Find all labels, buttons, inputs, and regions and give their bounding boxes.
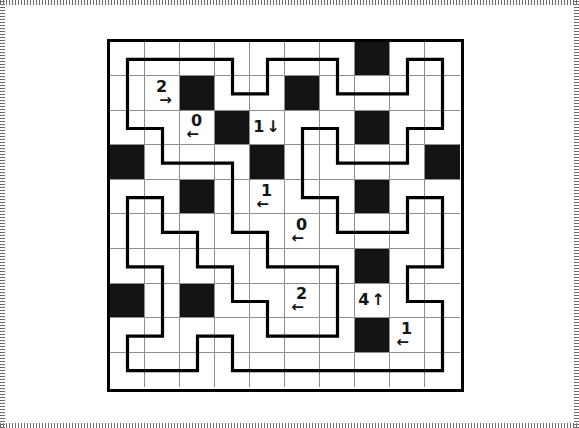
black-cell-r2c7[interactable] bbox=[355, 111, 390, 146]
cell-r1c6[interactable] bbox=[320, 76, 355, 111]
black-cell-r7c2[interactable] bbox=[180, 284, 215, 319]
frame-right-edge bbox=[574, 0, 579, 428]
cell-r4c5[interactable] bbox=[285, 180, 320, 215]
cell-r8c1[interactable] bbox=[145, 318, 180, 353]
black-cell-r4c7[interactable] bbox=[355, 180, 390, 215]
cell-r2c6[interactable] bbox=[320, 111, 355, 146]
arrow-down-icon: ↓ bbox=[266, 118, 279, 136]
cell-r8c4[interactable] bbox=[250, 318, 285, 353]
cell-r7c6[interactable] bbox=[320, 284, 355, 319]
cell-r0c2[interactable] bbox=[180, 42, 215, 77]
cell-r6c2[interactable] bbox=[180, 249, 215, 284]
clue-cell-r2c2[interactable]: 0← bbox=[180, 111, 215, 146]
cell-r5c2[interactable] bbox=[180, 214, 215, 249]
cell-r6c5[interactable] bbox=[285, 249, 320, 284]
cell-r0c9[interactable] bbox=[425, 42, 460, 77]
black-cell-r1c5[interactable] bbox=[285, 76, 320, 111]
cell-r9c9[interactable] bbox=[425, 353, 460, 388]
cell-r4c8[interactable] bbox=[390, 180, 425, 215]
cell-r1c4[interactable] bbox=[250, 76, 285, 111]
clue-cell-r7c5[interactable]: 2← bbox=[285, 284, 320, 319]
cell-r0c4[interactable] bbox=[250, 42, 285, 77]
frame-top-edge bbox=[0, 0, 579, 5]
cell-r9c6[interactable] bbox=[320, 353, 355, 388]
cell-r9c1[interactable] bbox=[145, 353, 180, 388]
cell-r9c3[interactable] bbox=[215, 353, 250, 388]
arrow-up-icon: ↑ bbox=[371, 291, 384, 309]
cell-r3c6[interactable] bbox=[320, 145, 355, 180]
cell-r1c7[interactable] bbox=[355, 76, 390, 111]
cell-r0c6[interactable] bbox=[320, 42, 355, 77]
cell-r9c8[interactable] bbox=[390, 353, 425, 388]
black-cell-r3c9[interactable] bbox=[425, 145, 460, 180]
cell-r1c9[interactable] bbox=[425, 76, 460, 111]
cell-r5c1[interactable] bbox=[145, 214, 180, 249]
cell-r5c3[interactable] bbox=[215, 214, 250, 249]
black-cell-r4c2[interactable] bbox=[180, 180, 215, 215]
cell-r1c3[interactable] bbox=[215, 76, 250, 111]
cell-r2c9[interactable] bbox=[425, 111, 460, 146]
cell-r6c1[interactable] bbox=[145, 249, 180, 284]
cell-r4c1[interactable] bbox=[145, 180, 180, 215]
cell-r6c3[interactable] bbox=[215, 249, 250, 284]
arrow-left-icon: ← bbox=[291, 232, 304, 245]
cell-r3c3[interactable] bbox=[215, 145, 250, 180]
cell-r2c5[interactable] bbox=[285, 111, 320, 146]
cell-r0c8[interactable] bbox=[390, 42, 425, 77]
black-cell-r1c2[interactable] bbox=[180, 76, 215, 111]
cell-r3c1[interactable] bbox=[145, 145, 180, 180]
cell-r6c9[interactable] bbox=[425, 249, 460, 284]
black-cell-r0c7[interactable] bbox=[355, 42, 390, 77]
cell-r1c0[interactable] bbox=[110, 76, 145, 111]
cell-r9c5[interactable] bbox=[285, 353, 320, 388]
cell-r8c0[interactable] bbox=[110, 318, 145, 353]
cell-r5c4[interactable] bbox=[250, 214, 285, 249]
cell-r2c0[interactable] bbox=[110, 111, 145, 146]
cell-r3c7[interactable] bbox=[355, 145, 390, 180]
cell-r8c5[interactable] bbox=[285, 318, 320, 353]
clue-cell-r1c1[interactable]: 2→ bbox=[145, 76, 180, 111]
cell-r7c1[interactable] bbox=[145, 284, 180, 319]
cell-r5c7[interactable] bbox=[355, 214, 390, 249]
black-cell-r2c3[interactable] bbox=[215, 111, 250, 146]
cell-r3c2[interactable] bbox=[180, 145, 215, 180]
cell-r0c3[interactable] bbox=[215, 42, 250, 77]
cell-r9c7[interactable] bbox=[355, 353, 390, 388]
cell-r7c4[interactable] bbox=[250, 284, 285, 319]
cell-r5c6[interactable] bbox=[320, 214, 355, 249]
arrow-left-icon: ← bbox=[186, 128, 199, 141]
cell-r9c0[interactable] bbox=[110, 353, 145, 388]
cell-r3c8[interactable] bbox=[390, 145, 425, 180]
frame-bottom-edge bbox=[0, 423, 579, 428]
cell-r1c8[interactable] bbox=[390, 76, 425, 111]
black-cell-r3c0[interactable] bbox=[110, 145, 145, 180]
cell-r7c9[interactable] bbox=[425, 284, 460, 319]
clue-cell-r2c4[interactable]: 1↓ bbox=[250, 111, 285, 146]
cell-r6c4[interactable] bbox=[250, 249, 285, 284]
clue-cell-r4c4[interactable]: 1← bbox=[250, 180, 285, 215]
clue-number: 1 bbox=[253, 118, 264, 136]
black-cell-r6c7[interactable] bbox=[355, 249, 390, 284]
cell-r2c1[interactable] bbox=[145, 111, 180, 146]
arrow-left-icon: ← bbox=[396, 336, 409, 349]
clue-cell-r8c8[interactable]: 1← bbox=[390, 318, 425, 353]
cell-r0c0[interactable] bbox=[110, 42, 145, 77]
cell-r5c0[interactable] bbox=[110, 214, 145, 249]
black-cell-r3c4[interactable] bbox=[250, 145, 285, 180]
cell-r3c5[interactable] bbox=[285, 145, 320, 180]
frame-left-edge bbox=[0, 0, 5, 428]
cell-r4c9[interactable] bbox=[425, 180, 460, 215]
cell-r6c0[interactable] bbox=[110, 249, 145, 284]
yajilin-board: 2→0←1↓1←0←2←4↑1← bbox=[107, 39, 464, 392]
black-cell-r7c0[interactable] bbox=[110, 284, 145, 319]
clue-cell-r5c5[interactable]: 0← bbox=[285, 214, 320, 249]
cell-r9c4[interactable] bbox=[250, 353, 285, 388]
arrow-left-icon: ← bbox=[291, 301, 304, 314]
cell-r6c6[interactable] bbox=[320, 249, 355, 284]
cell-r0c5[interactable] bbox=[285, 42, 320, 77]
arrow-right-icon: → bbox=[159, 94, 172, 107]
cell-r8c2[interactable] bbox=[180, 318, 215, 353]
cell-r8c9[interactable] bbox=[425, 318, 460, 353]
black-cell-r8c7[interactable] bbox=[355, 318, 390, 353]
cell-r9c2[interactable] bbox=[180, 353, 215, 388]
cell-r4c6[interactable] bbox=[320, 180, 355, 215]
arrow-left-icon: ← bbox=[256, 198, 269, 211]
cell-r5c9[interactable] bbox=[425, 214, 460, 249]
cell-r4c0[interactable] bbox=[110, 180, 145, 215]
clue-number: 4 bbox=[358, 291, 369, 309]
cell-r8c3[interactable] bbox=[215, 318, 250, 353]
cell-r8c6[interactable] bbox=[320, 318, 355, 353]
cell-r7c3[interactable] bbox=[215, 284, 250, 319]
clue-cell-r7c7[interactable]: 4↑ bbox=[355, 284, 390, 319]
cell-r5c8[interactable] bbox=[390, 214, 425, 249]
cell-r7c8[interactable] bbox=[390, 284, 425, 319]
cell-r4c3[interactable] bbox=[215, 180, 250, 215]
cell-r0c1[interactable] bbox=[145, 42, 180, 77]
cell-r2c8[interactable] bbox=[390, 111, 425, 146]
cell-r6c8[interactable] bbox=[390, 249, 425, 284]
